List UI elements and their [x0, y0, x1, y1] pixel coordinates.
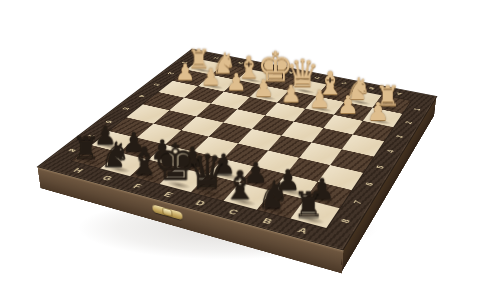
- white-pawn-f2[interactable]: ♟: [226, 71, 247, 94]
- brass-clasp-icon: [152, 204, 182, 220]
- black-knight-g8[interactable]: ♞: [99, 137, 130, 172]
- black-rook-a8[interactable]: ♜: [293, 188, 324, 223]
- coord-label: 4: [124, 89, 160, 103]
- coord-label: 1: [399, 102, 434, 117]
- black-rook-h8[interactable]: ♜: [72, 133, 100, 164]
- white-pawn-g2[interactable]: ♟: [201, 65, 222, 88]
- white-pawn-a2[interactable]: ♟: [367, 99, 389, 124]
- white-pawn-h2[interactable]: ♟: [175, 60, 195, 83]
- coord-label: 6: [348, 174, 390, 194]
- black-knight-b8[interactable]: ♞: [257, 176, 291, 214]
- perspective-wrapper: ♜♞♝♚♛♝♞♜♟♟♟♟♟♟♟♟♟♟♟♟♟♟♟♟♜♞♝♚♛♝♞♜ HGFEDCB…: [97, 0, 407, 284]
- coord-label: 4: [370, 143, 409, 161]
- chess-set-photo: ♜♞♝♚♛♝♞♜♟♟♟♟♟♟♟♟♟♟♟♟♟♟♟♟♜♞♝♚♛♝♞♜ HGFEDCB…: [0, 0, 480, 296]
- white-pawn-b2[interactable]: ♟: [337, 93, 359, 117]
- coord-label: 8: [323, 210, 368, 233]
- chess-board: ♜♞♝♚♛♝♞♜♟♟♟♟♟♟♟♟♟♟♟♟♟♟♟♟♜♞♝♚♛♝♞♜ HGFEDCB…: [37, 49, 438, 251]
- coord-label: 5: [360, 158, 400, 177]
- white-pawn-d2[interactable]: ♟: [281, 81, 302, 105]
- black-bishop-c8[interactable]: ♝: [222, 165, 257, 205]
- white-pawn-e2[interactable]: ♟: [253, 76, 274, 99]
- white-pawn-c2[interactable]: ♟: [309, 87, 331, 111]
